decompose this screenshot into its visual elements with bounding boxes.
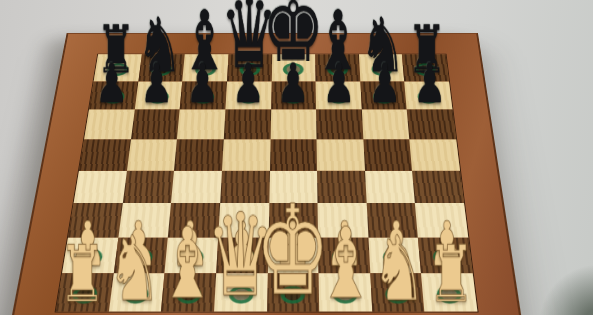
board-scene: ♜♞♝♛♚♝♞♜♟♟♟♟♟♟♟♟♟♟♟♟♟♟♟♟♜♞♝♛♚♝♞♜ [0, 0, 593, 315]
square-h5[interactable] [410, 139, 460, 170]
piece-black-pawn[interactable]: ♟ [368, 56, 401, 111]
square-c7[interactable]: ♟ [180, 81, 227, 109]
square-h1[interactable]: ♜ [421, 274, 477, 312]
square-b1[interactable]: ♞ [109, 274, 165, 312]
chess-board: ♜♞♝♛♚♝♞♜♟♟♟♟♟♟♟♟♟♟♟♟♟♟♟♟♜♞♝♛♚♝♞♜ [55, 54, 479, 313]
piece-black-pawn[interactable]: ♟ [413, 56, 446, 111]
square-e1[interactable]: ♚ [267, 274, 320, 312]
square-d5[interactable] [222, 139, 270, 170]
square-g4[interactable] [365, 171, 415, 204]
square-c6[interactable] [177, 110, 225, 140]
square-h4[interactable] [412, 171, 464, 204]
piece-black-pawn[interactable]: ♟ [277, 56, 310, 111]
piece-black-pawn[interactable]: ♟ [232, 56, 265, 111]
square-g7[interactable]: ♟ [360, 81, 407, 109]
square-a6[interactable] [84, 110, 134, 140]
square-a1[interactable]: ♜ [56, 274, 114, 312]
piece-black-pawn[interactable]: ♟ [95, 56, 128, 111]
piece-white-rook[interactable]: ♜ [428, 235, 475, 313]
square-f6[interactable] [316, 110, 363, 140]
square-b7[interactable]: ♟ [134, 81, 182, 109]
square-g1[interactable]: ♞ [370, 274, 425, 312]
chess-board-frame: ♜♞♝♛♚♝♞♜♟♟♟♟♟♟♟♟♟♟♟♟♟♟♟♟♜♞♝♛♚♝♞♜ [6, 33, 525, 315]
piece-black-pawn[interactable]: ♟ [322, 56, 355, 111]
square-d6[interactable] [224, 110, 271, 140]
square-a5[interactable] [79, 139, 131, 170]
piece-black-pawn[interactable]: ♟ [186, 56, 219, 111]
square-e7[interactable]: ♟ [271, 81, 316, 109]
square-h6[interactable] [407, 110, 456, 140]
photo-background: ♜♞♝♛♚♝♞♜♟♟♟♟♟♟♟♟♟♟♟♟♟♟♟♟♜♞♝♛♚♝♞♜ [0, 0, 593, 315]
square-a4[interactable] [74, 171, 127, 204]
square-d7[interactable]: ♟ [225, 81, 271, 109]
piece-white-rook[interactable]: ♜ [58, 235, 105, 313]
piece-white-bishop[interactable]: ♝ [316, 216, 375, 313]
square-b6[interactable] [131, 110, 180, 140]
square-g5[interactable] [363, 139, 412, 170]
square-e5[interactable] [270, 139, 318, 170]
square-h7[interactable]: ♟ [405, 81, 453, 109]
piece-white-knight[interactable]: ♞ [371, 223, 425, 313]
piece-white-knight[interactable]: ♞ [107, 223, 161, 313]
square-f7[interactable]: ♟ [316, 81, 362, 109]
square-g6[interactable] [362, 110, 410, 140]
square-c5[interactable] [174, 139, 223, 170]
square-e6[interactable] [270, 110, 317, 140]
square-a7[interactable]: ♟ [89, 81, 138, 109]
square-b5[interactable] [127, 139, 178, 170]
square-f5[interactable] [317, 139, 365, 170]
square-b4[interactable] [122, 171, 174, 204]
piece-black-pawn[interactable]: ♟ [141, 56, 174, 111]
square-f1[interactable]: ♝ [319, 274, 372, 312]
